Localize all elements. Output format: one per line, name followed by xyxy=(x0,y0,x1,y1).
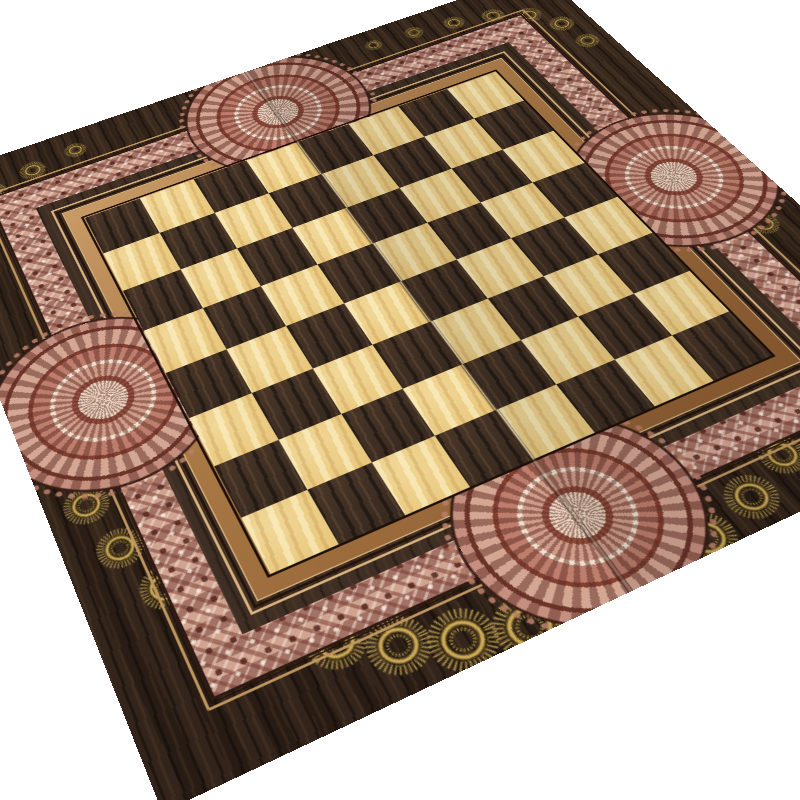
photo-background xyxy=(0,0,800,800)
sunburst-icon xyxy=(64,142,87,158)
sunburst-icon xyxy=(422,604,504,676)
chess-board xyxy=(0,0,800,800)
